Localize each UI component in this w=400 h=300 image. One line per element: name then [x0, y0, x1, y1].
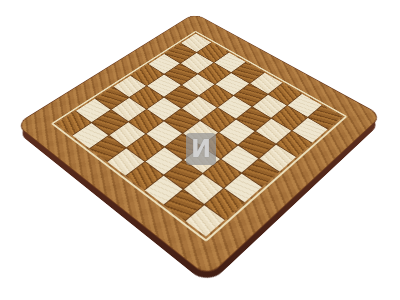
board-square — [276, 131, 312, 157]
board-square — [205, 189, 244, 219]
watermark-letter: И — [191, 137, 211, 161]
board-square — [184, 174, 222, 203]
board-square — [224, 173, 262, 202]
board-square — [126, 162, 163, 190]
board-square — [222, 145, 258, 172]
board-square — [90, 135, 126, 161]
board-square — [256, 119, 291, 144]
board-square — [242, 159, 279, 187]
board-square — [145, 175, 183, 204]
board-square — [146, 147, 183, 174]
product-photo: И — [0, 0, 400, 300]
board-square — [165, 190, 204, 220]
board-square — [73, 123, 108, 148]
board-square — [292, 118, 327, 143]
board-square — [239, 132, 275, 158]
board-square — [146, 121, 181, 146]
board-square — [260, 145, 296, 172]
watermark: И — [186, 133, 216, 165]
board-square — [220, 120, 255, 145]
board-square — [110, 122, 145, 147]
board-square — [185, 205, 225, 237]
board-square — [107, 148, 144, 175]
board-square — [127, 135, 163, 161]
